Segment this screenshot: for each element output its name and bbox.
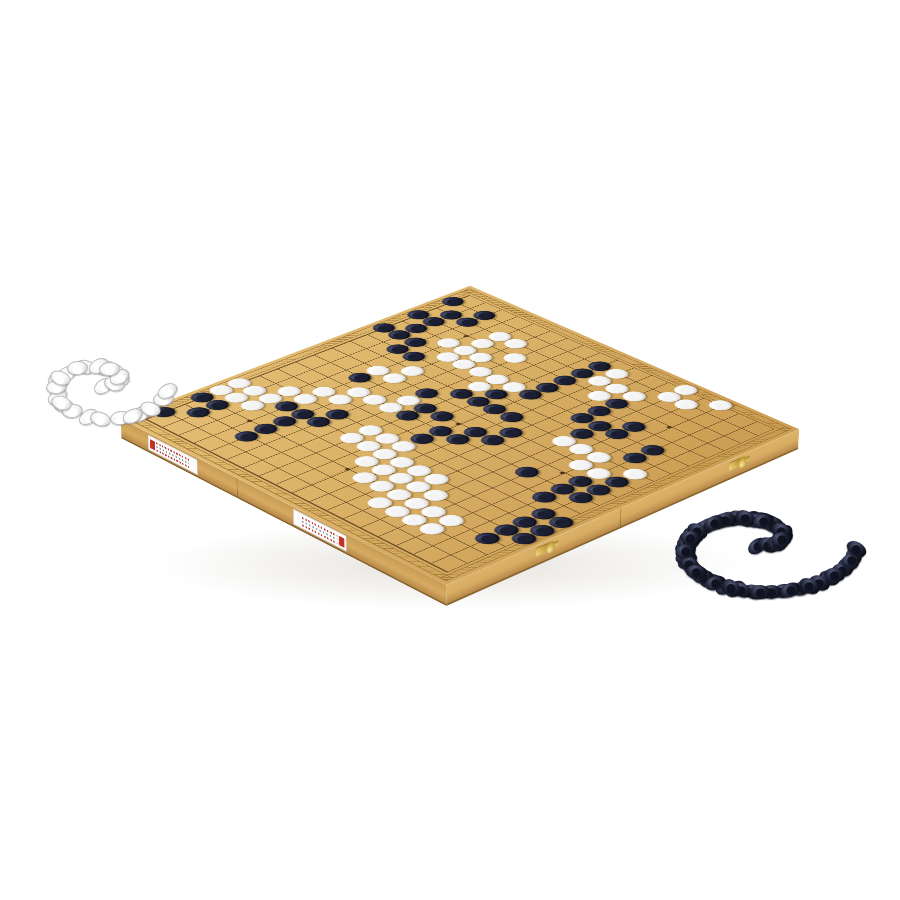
- pile-stone-white: ●: [88, 409, 112, 429]
- latch-pin: [745, 455, 749, 461]
- latch-pin: [554, 540, 559, 547]
- label-text-line: [156, 446, 189, 465]
- label-red-logo: [339, 536, 345, 548]
- fold-seam: [237, 478, 238, 497]
- label-red-logo: [150, 439, 155, 451]
- fold-seam: [620, 508, 621, 527]
- product-photo-canvas: ●●●●●●●●●●●●●●●●●●●●●●●●●●●●●●●●●●●●●●●●…: [0, 0, 900, 900]
